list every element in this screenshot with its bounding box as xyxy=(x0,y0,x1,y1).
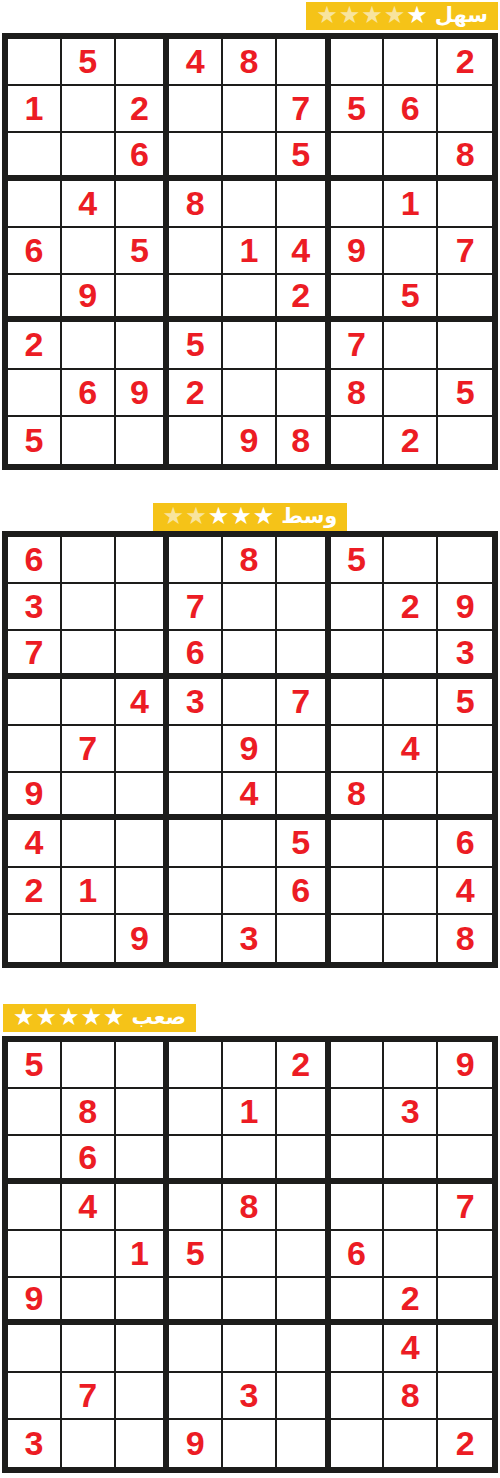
sudoku-cell[interactable]: 8 xyxy=(438,133,492,180)
sudoku-cell[interactable]: 8 xyxy=(223,39,277,86)
puzzle-easy: سهل ★★★★★ 548212756658481651497925257692… xyxy=(0,0,500,470)
sudoku-cell[interactable] xyxy=(331,820,385,867)
sudoku-cell[interactable] xyxy=(277,915,331,962)
sudoku-cell[interactable]: 4 xyxy=(384,726,438,773)
sudoku-cell[interactable] xyxy=(116,1373,170,1420)
sudoku-cell[interactable] xyxy=(438,1373,492,1420)
sudoku-cell[interactable]: 7 xyxy=(277,679,331,726)
star-empty-icon: ★ xyxy=(316,3,338,27)
sudoku-cell[interactable]: 7 xyxy=(169,584,223,631)
sudoku-cell[interactable] xyxy=(384,228,438,275)
difficulty-label-easy: سهل xyxy=(435,5,488,26)
sudoku-cell[interactable]: 1 xyxy=(223,1089,277,1136)
sudoku-cell[interactable] xyxy=(331,1325,385,1372)
sudoku-cell[interactable] xyxy=(277,537,331,584)
sudoku-cell[interactable] xyxy=(384,39,438,86)
sudoku-cell[interactable]: 9 xyxy=(62,275,116,322)
sudoku-cell[interactable] xyxy=(62,1278,116,1325)
sudoku-cell[interactable] xyxy=(331,868,385,915)
star-empty-icon: ★ xyxy=(185,504,207,528)
sudoku-cell[interactable]: 2 xyxy=(8,322,62,369)
sudoku-cell[interactable] xyxy=(277,1373,331,1420)
sudoku-cell[interactable]: 8 xyxy=(438,915,492,962)
sudoku-cell[interactable] xyxy=(116,1184,170,1231)
sudoku-cell[interactable] xyxy=(331,584,385,631)
sudoku-cell[interactable] xyxy=(8,39,62,86)
sudoku-cell[interactable] xyxy=(438,726,492,773)
sudoku-cell[interactable]: 3 xyxy=(8,1420,62,1467)
sudoku-cell[interactable] xyxy=(169,86,223,133)
sudoku-cell[interactable] xyxy=(62,1231,116,1278)
sudoku-cell[interactable]: 5 xyxy=(116,228,170,275)
sudoku-cell[interactable] xyxy=(223,1231,277,1278)
sudoku-cell[interactable] xyxy=(438,1136,492,1183)
sudoku-cell[interactable] xyxy=(331,631,385,678)
sudoku-cell[interactable] xyxy=(331,1136,385,1183)
sudoku-cell[interactable]: 8 xyxy=(223,1184,277,1231)
sudoku-cell[interactable]: 2 xyxy=(116,86,170,133)
sudoku-cell[interactable] xyxy=(8,1089,62,1136)
sudoku-cell[interactable] xyxy=(277,1184,331,1231)
sudoku-cell[interactable] xyxy=(223,1278,277,1325)
sudoku-cell[interactable] xyxy=(223,679,277,726)
sudoku-cell[interactable] xyxy=(331,181,385,228)
sudoku-cell[interactable] xyxy=(169,228,223,275)
sudoku-cell[interactable] xyxy=(116,631,170,678)
sudoku-cell[interactable] xyxy=(223,86,277,133)
sudoku-cell[interactable] xyxy=(62,1420,116,1467)
sudoku-cell[interactable] xyxy=(223,868,277,915)
sudoku-cell[interactable] xyxy=(438,322,492,369)
sudoku-cell[interactable] xyxy=(8,726,62,773)
sudoku-cell[interactable]: 1 xyxy=(62,868,116,915)
sudoku-cell[interactable] xyxy=(62,1325,116,1372)
sudoku-cell[interactable] xyxy=(116,417,170,464)
sudoku-cell[interactable] xyxy=(62,820,116,867)
sudoku-cell[interactable]: 3 xyxy=(438,631,492,678)
sudoku-cell[interactable]: 6 xyxy=(169,631,223,678)
star-empty-icon: ★ xyxy=(384,3,406,27)
sudoku-cell[interactable]: 4 xyxy=(438,868,492,915)
sudoku-cell[interactable] xyxy=(277,1325,331,1372)
sudoku-cell[interactable] xyxy=(116,773,170,820)
sudoku-cell[interactable]: 3 xyxy=(384,1089,438,1136)
star-rating-easy: ★★★★★ xyxy=(316,3,428,27)
sudoku-cell[interactable] xyxy=(277,1089,331,1136)
sudoku-cell[interactable] xyxy=(223,584,277,631)
sudoku-cell[interactable] xyxy=(8,679,62,726)
sudoku-grid-easy: 548212756658481651497925257692855982 xyxy=(2,33,498,470)
sudoku-cell[interactable]: 5 xyxy=(169,1231,223,1278)
sudoku-cell[interactable] xyxy=(116,820,170,867)
sudoku-cell[interactable] xyxy=(8,1373,62,1420)
sudoku-cell[interactable] xyxy=(116,39,170,86)
star-filled-icon: ★ xyxy=(230,504,252,528)
sudoku-cell[interactable] xyxy=(384,537,438,584)
sudoku-cell[interactable]: 6 xyxy=(62,1136,116,1183)
star-filled-icon: ★ xyxy=(81,1005,103,1029)
sudoku-cell[interactable]: 4 xyxy=(62,1184,116,1231)
sudoku-cell[interactable] xyxy=(384,1042,438,1089)
sudoku-cell[interactable] xyxy=(223,275,277,322)
difficulty-banner-hard: صعب ★★★★★ xyxy=(3,1004,196,1032)
sudoku-cell[interactable] xyxy=(223,631,277,678)
sudoku-cell[interactable] xyxy=(384,370,438,417)
sudoku-cell[interactable] xyxy=(223,181,277,228)
sudoku-cell[interactable]: 6 xyxy=(331,1231,385,1278)
sudoku-cell[interactable] xyxy=(277,1231,331,1278)
sudoku-cell[interactable] xyxy=(277,726,331,773)
sudoku-cell[interactable] xyxy=(116,868,170,915)
difficulty-banner-easy: سهل ★★★★★ xyxy=(306,2,498,30)
sudoku-cell[interactable] xyxy=(384,133,438,180)
sudoku-cell[interactable]: 9 xyxy=(223,417,277,464)
sudoku-cell[interactable]: 9 xyxy=(116,915,170,962)
sudoku-cell[interactable] xyxy=(384,1231,438,1278)
sudoku-cell[interactable] xyxy=(8,1136,62,1183)
sudoku-cell[interactable]: 4 xyxy=(169,39,223,86)
sudoku-cell[interactable] xyxy=(384,1136,438,1183)
sudoku-cell[interactable]: 5 xyxy=(384,275,438,322)
sudoku-cell[interactable] xyxy=(169,868,223,915)
sudoku-cell[interactable] xyxy=(384,820,438,867)
sudoku-cell[interactable] xyxy=(169,275,223,322)
sudoku-cell[interactable]: 8 xyxy=(169,181,223,228)
difficulty-banner-medium: وسط ★★★★★ xyxy=(153,503,348,531)
sudoku-cell[interactable] xyxy=(438,417,492,464)
sudoku-cell[interactable]: 2 xyxy=(438,39,492,86)
star-rating-hard: ★★★★★ xyxy=(13,1005,125,1029)
sudoku-cell[interactable]: 5 xyxy=(438,679,492,726)
sudoku-cell[interactable]: 5 xyxy=(8,1042,62,1089)
sudoku-cell[interactable] xyxy=(277,181,331,228)
star-filled-icon: ★ xyxy=(36,1005,58,1029)
sudoku-cell[interactable] xyxy=(223,1420,277,1467)
sudoku-cell[interactable] xyxy=(331,133,385,180)
sudoku-cell[interactable]: 7 xyxy=(277,86,331,133)
sudoku-cell[interactable] xyxy=(331,417,385,464)
sudoku-cell[interactable] xyxy=(438,773,492,820)
sudoku-cell[interactable] xyxy=(116,726,170,773)
sudoku-cell[interactable] xyxy=(116,322,170,369)
sudoku-cell[interactable] xyxy=(223,1136,277,1183)
sudoku-cell[interactable] xyxy=(62,228,116,275)
sudoku-cell[interactable] xyxy=(384,1184,438,1231)
sudoku-cell[interactable] xyxy=(438,1325,492,1372)
sudoku-cell[interactable]: 8 xyxy=(331,370,385,417)
sudoku-cell[interactable]: 5 xyxy=(62,39,116,86)
sudoku-cell[interactable]: 3 xyxy=(223,915,277,962)
sudoku-cell[interactable] xyxy=(384,631,438,678)
sudoku-cell[interactable] xyxy=(62,773,116,820)
sudoku-cell[interactable] xyxy=(62,417,116,464)
sudoku-cell[interactable]: 5 xyxy=(331,537,385,584)
sudoku-cell[interactable]: 4 xyxy=(62,181,116,228)
sudoku-cell[interactable] xyxy=(62,86,116,133)
sudoku-cell[interactable] xyxy=(331,679,385,726)
sudoku-cell[interactable] xyxy=(277,773,331,820)
sudoku-cell[interactable]: 4 xyxy=(116,679,170,726)
sudoku-cell[interactable] xyxy=(169,726,223,773)
sudoku-cell[interactable] xyxy=(277,1420,331,1467)
sudoku-cell[interactable]: 5 xyxy=(277,133,331,180)
sudoku-cell[interactable] xyxy=(169,537,223,584)
star-filled-icon: ★ xyxy=(58,1005,80,1029)
sudoku-cell[interactable] xyxy=(62,584,116,631)
sudoku-cell[interactable] xyxy=(116,275,170,322)
sudoku-cell[interactable]: 8 xyxy=(384,1373,438,1420)
difficulty-label-medium: وسط xyxy=(281,506,337,527)
sudoku-cell[interactable]: 6 xyxy=(384,86,438,133)
sudoku-grid-hard: 5298136487156924738392 xyxy=(2,1036,498,1473)
sudoku-cell[interactable]: 2 xyxy=(277,1042,331,1089)
sudoku-cell[interactable] xyxy=(331,1278,385,1325)
sudoku-cell[interactable]: 5 xyxy=(277,820,331,867)
sudoku-cell[interactable]: 8 xyxy=(277,417,331,464)
sudoku-cell[interactable] xyxy=(116,1420,170,1467)
sudoku-cell[interactable] xyxy=(438,1089,492,1136)
sudoku-cell[interactable] xyxy=(8,1231,62,1278)
sudoku-cell[interactable]: 4 xyxy=(223,773,277,820)
sudoku-cell[interactable]: 5 xyxy=(169,322,223,369)
sudoku-cell[interactable]: 9 xyxy=(438,584,492,631)
sudoku-cell[interactable]: 6 xyxy=(438,820,492,867)
sudoku-cell[interactable] xyxy=(277,584,331,631)
star-empty-icon: ★ xyxy=(361,3,383,27)
sudoku-cell[interactable] xyxy=(384,773,438,820)
sudoku-cell[interactable] xyxy=(223,1042,277,1089)
sudoku-cell[interactable]: 7 xyxy=(438,1184,492,1231)
puzzle-hard: صعب ★★★★★ 5298136487156924738392 xyxy=(0,1004,500,1473)
sudoku-cell[interactable] xyxy=(384,868,438,915)
sudoku-cell[interactable]: 7 xyxy=(8,631,62,678)
sudoku-cell[interactable]: 9 xyxy=(116,370,170,417)
sudoku-cell[interactable] xyxy=(223,1325,277,1372)
sudoku-cell[interactable] xyxy=(277,631,331,678)
sudoku-cell[interactable] xyxy=(169,1278,223,1325)
sudoku-cell[interactable] xyxy=(169,820,223,867)
sudoku-cell[interactable] xyxy=(116,537,170,584)
sudoku-cell[interactable] xyxy=(223,820,277,867)
sudoku-cell[interactable] xyxy=(384,679,438,726)
sudoku-cell[interactable] xyxy=(116,181,170,228)
banner-row-easy: سهل ★★★★★ xyxy=(0,0,500,30)
sudoku-cell[interactable]: 4 xyxy=(384,1325,438,1372)
sudoku-cell[interactable] xyxy=(331,726,385,773)
sudoku-cell[interactable] xyxy=(331,275,385,322)
sudoku-cell[interactable] xyxy=(116,584,170,631)
sudoku-cell[interactable] xyxy=(169,133,223,180)
sudoku-cell[interactable] xyxy=(331,915,385,962)
sudoku-cell[interactable] xyxy=(331,1184,385,1231)
sudoku-cell[interactable]: 6 xyxy=(116,133,170,180)
sudoku-cell[interactable]: 6 xyxy=(277,868,331,915)
sudoku-cell[interactable]: 2 xyxy=(384,1278,438,1325)
sudoku-cell[interactable]: 2 xyxy=(8,868,62,915)
star-empty-icon: ★ xyxy=(163,504,185,528)
sudoku-cell[interactable]: 8 xyxy=(331,773,385,820)
sudoku-cell[interactable]: 9 xyxy=(169,1420,223,1467)
star-filled-icon: ★ xyxy=(406,3,428,27)
sudoku-cell[interactable] xyxy=(331,1089,385,1136)
sudoku-cell[interactable] xyxy=(223,133,277,180)
sudoku-cell[interactable] xyxy=(116,1089,170,1136)
banner-row-hard: صعب ★★★★★ xyxy=(0,1004,500,1032)
sudoku-cell[interactable]: 9 xyxy=(223,726,277,773)
sudoku-cell[interactable]: 5 xyxy=(331,86,385,133)
sudoku-cell[interactable] xyxy=(169,1089,223,1136)
sudoku-cell[interactable] xyxy=(331,1373,385,1420)
sudoku-cell[interactable] xyxy=(384,915,438,962)
sudoku-cell[interactable] xyxy=(62,679,116,726)
sudoku-cell[interactable]: 2 xyxy=(438,1420,492,1467)
sudoku-cell[interactable] xyxy=(277,39,331,86)
sudoku-cell[interactable] xyxy=(169,773,223,820)
sudoku-cell[interactable]: 7 xyxy=(62,726,116,773)
sudoku-cell[interactable] xyxy=(331,1420,385,1467)
sudoku-cell[interactable] xyxy=(8,915,62,962)
sudoku-cell[interactable] xyxy=(438,1231,492,1278)
sudoku-cell[interactable] xyxy=(277,1278,331,1325)
sudoku-cell[interactable]: 4 xyxy=(277,228,331,275)
sudoku-cell[interactable] xyxy=(8,1325,62,1372)
sudoku-cell[interactable]: 9 xyxy=(8,1278,62,1325)
sudoku-cell[interactable]: 6 xyxy=(62,370,116,417)
sudoku-cell[interactable]: 5 xyxy=(438,370,492,417)
sudoku-cell[interactable] xyxy=(277,322,331,369)
sudoku-cell[interactable] xyxy=(169,1042,223,1089)
sudoku-cell[interactable]: 2 xyxy=(169,370,223,417)
sudoku-cell[interactable]: 1 xyxy=(116,1231,170,1278)
sudoku-cell[interactable]: 7 xyxy=(62,1373,116,1420)
sudoku-cell[interactable] xyxy=(277,370,331,417)
sudoku-cell[interactable]: 4 xyxy=(8,820,62,867)
sudoku-cell[interactable] xyxy=(62,631,116,678)
sudoku-cell[interactable] xyxy=(62,322,116,369)
sudoku-grid-medium: 685372976343757949484562164938 xyxy=(2,531,498,968)
sudoku-cell[interactable] xyxy=(8,1184,62,1231)
sudoku-cell[interactable]: 1 xyxy=(223,228,277,275)
sudoku-cell[interactable] xyxy=(223,370,277,417)
sudoku-cell[interactable] xyxy=(8,133,62,180)
sudoku-cell[interactable]: 1 xyxy=(8,86,62,133)
sudoku-cell[interactable] xyxy=(438,86,492,133)
star-rating-medium: ★★★★★ xyxy=(163,504,275,528)
sudoku-cell[interactable] xyxy=(169,1184,223,1231)
sudoku-cell[interactable] xyxy=(8,370,62,417)
sudoku-cell[interactable]: 8 xyxy=(62,1089,116,1136)
sudoku-cell[interactable] xyxy=(438,537,492,584)
sudoku-cell[interactable] xyxy=(384,322,438,369)
sudoku-cell[interactable] xyxy=(116,1136,170,1183)
sudoku-cell[interactable]: 9 xyxy=(8,773,62,820)
sudoku-cell[interactable] xyxy=(438,181,492,228)
sudoku-cell[interactable] xyxy=(169,1136,223,1183)
sudoku-cell[interactable] xyxy=(62,133,116,180)
sudoku-cell[interactable] xyxy=(331,1042,385,1089)
sudoku-cell[interactable]: 3 xyxy=(223,1373,277,1420)
puzzle-medium: وسط ★★★★★ 685372976343757949484562164938 xyxy=(0,503,500,968)
star-filled-icon: ★ xyxy=(103,1005,125,1029)
sudoku-cell[interactable] xyxy=(116,1042,170,1089)
sudoku-cell[interactable]: 7 xyxy=(438,228,492,275)
difficulty-label-hard: صعب xyxy=(132,1007,186,1028)
sudoku-cell[interactable] xyxy=(62,1042,116,1089)
sudoku-cell[interactable]: 2 xyxy=(277,275,331,322)
sudoku-cell[interactable] xyxy=(384,1420,438,1467)
sudoku-cell[interactable] xyxy=(169,915,223,962)
sudoku-cell[interactable]: 6 xyxy=(8,537,62,584)
banner-row-medium: وسط ★★★★★ xyxy=(0,503,500,531)
sudoku-cell[interactable]: 9 xyxy=(438,1042,492,1089)
sudoku-cell[interactable] xyxy=(169,417,223,464)
star-filled-icon: ★ xyxy=(253,504,275,528)
sudoku-cell[interactable]: 7 xyxy=(331,322,385,369)
sudoku-cell[interactable]: 2 xyxy=(384,584,438,631)
sudoku-cell[interactable]: 2 xyxy=(384,417,438,464)
sudoku-cell[interactable]: 3 xyxy=(169,679,223,726)
sudoku-cell[interactable] xyxy=(438,1278,492,1325)
sudoku-cell[interactable] xyxy=(116,1325,170,1372)
sudoku-cell[interactable]: 9 xyxy=(331,228,385,275)
sudoku-cell[interactable]: 8 xyxy=(223,537,277,584)
sudoku-cell[interactable] xyxy=(8,275,62,322)
sudoku-cell[interactable] xyxy=(277,1136,331,1183)
page: سهل ★★★★★ 548212756658481651497925257692… xyxy=(0,0,500,1478)
sudoku-cell[interactable] xyxy=(62,537,116,584)
sudoku-cell[interactable] xyxy=(8,181,62,228)
star-empty-icon: ★ xyxy=(339,3,361,27)
sudoku-cell[interactable]: 6 xyxy=(8,228,62,275)
sudoku-cell[interactable]: 1 xyxy=(384,181,438,228)
sudoku-cell[interactable] xyxy=(438,275,492,322)
star-filled-icon: ★ xyxy=(208,504,230,528)
sudoku-cell[interactable] xyxy=(116,1278,170,1325)
sudoku-cell[interactable] xyxy=(169,1373,223,1420)
sudoku-cell[interactable] xyxy=(62,915,116,962)
sudoku-cell[interactable] xyxy=(169,1325,223,1372)
sudoku-cell[interactable]: 5 xyxy=(8,417,62,464)
sudoku-cell[interactable] xyxy=(331,39,385,86)
sudoku-cell[interactable] xyxy=(223,322,277,369)
star-filled-icon: ★ xyxy=(13,1005,35,1029)
sudoku-cell[interactable]: 3 xyxy=(8,584,62,631)
